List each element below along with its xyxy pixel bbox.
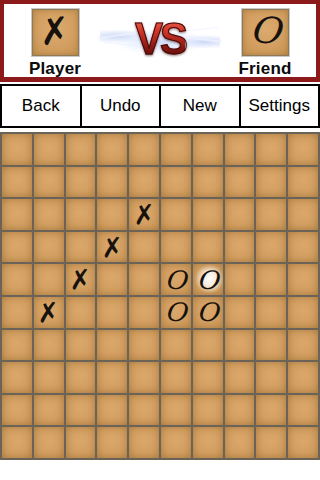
board-cell[interactable] <box>193 427 223 458</box>
board-cell[interactable] <box>256 395 286 426</box>
board-cell[interactable] <box>66 134 96 165</box>
board-cell[interactable]: ✗ <box>97 232 127 263</box>
board-cell[interactable] <box>288 264 318 295</box>
board-cell[interactable] <box>66 167 96 198</box>
board-cell[interactable] <box>2 297 32 328</box>
board-cell[interactable] <box>161 427 191 458</box>
board-cell[interactable] <box>34 427 64 458</box>
undo-button[interactable]: Undo <box>80 84 162 128</box>
board-cell[interactable] <box>256 232 286 263</box>
board-cell[interactable] <box>161 167 191 198</box>
board-cell[interactable] <box>288 199 318 230</box>
board-cell[interactable] <box>256 427 286 458</box>
board-cell[interactable] <box>225 297 255 328</box>
board-cell[interactable] <box>34 395 64 426</box>
player-panel: ✗ Player <box>12 4 98 79</box>
board-cell[interactable] <box>66 297 96 328</box>
board-cell[interactable] <box>288 362 318 393</box>
player-symbol-tile: ✗ <box>32 9 79 56</box>
board-cell[interactable] <box>129 167 159 198</box>
board-cell[interactable] <box>256 199 286 230</box>
board-cell[interactable] <box>97 395 127 426</box>
board-cell[interactable] <box>161 330 191 361</box>
board-cell[interactable] <box>2 167 32 198</box>
board-cell[interactable] <box>34 264 64 295</box>
board-cell[interactable] <box>288 297 318 328</box>
board-cell[interactable]: O <box>193 264 223 295</box>
board-cell[interactable] <box>129 232 159 263</box>
board-cell[interactable] <box>66 330 96 361</box>
board-cell[interactable] <box>288 167 318 198</box>
board-cell[interactable] <box>129 330 159 361</box>
board-cell[interactable] <box>225 264 255 295</box>
board-cell[interactable] <box>34 232 64 263</box>
board-cell[interactable] <box>97 264 127 295</box>
board-cell[interactable] <box>288 395 318 426</box>
board-cell[interactable] <box>97 134 127 165</box>
player-label: Player <box>29 59 81 79</box>
board-cell[interactable] <box>129 297 159 328</box>
board-cell[interactable] <box>256 134 286 165</box>
board-cell[interactable] <box>2 362 32 393</box>
board-cell[interactable] <box>129 395 159 426</box>
board-cell[interactable] <box>34 199 64 230</box>
o-symbol-icon: O <box>248 10 283 50</box>
board-cell[interactable] <box>2 330 32 361</box>
board-cell[interactable] <box>193 232 223 263</box>
board-cell[interactable] <box>193 134 223 165</box>
board-cell[interactable] <box>34 330 64 361</box>
board-cell[interactable] <box>129 362 159 393</box>
app-screen: ✗ Player VS O Friend Back Undo New Setti… <box>0 0 320 480</box>
x-piece: ✗ <box>68 265 93 294</box>
board-cell[interactable] <box>161 199 191 230</box>
board-cell[interactable] <box>288 427 318 458</box>
vs-logo: VS <box>100 12 220 66</box>
board-cell[interactable] <box>97 199 127 230</box>
board-cell[interactable] <box>66 362 96 393</box>
x-piece: ✗ <box>36 298 61 327</box>
toolbar: Back Undo New Settings <box>0 84 320 128</box>
board-cell[interactable] <box>34 362 64 393</box>
back-button[interactable]: Back <box>0 84 82 128</box>
board-cell[interactable] <box>225 395 255 426</box>
board-cell[interactable] <box>2 134 32 165</box>
board-cell[interactable] <box>193 362 223 393</box>
board-cell[interactable] <box>288 330 318 361</box>
board-cell[interactable] <box>225 232 255 263</box>
board-cell[interactable] <box>34 134 64 165</box>
friend-panel: O Friend <box>222 4 308 79</box>
board-cell[interactable] <box>129 134 159 165</box>
board-cell[interactable] <box>97 167 127 198</box>
x-symbol-icon: ✗ <box>38 11 73 51</box>
x-piece: ✗ <box>100 233 125 262</box>
board-cell[interactable] <box>97 362 127 393</box>
board-cell[interactable] <box>2 232 32 263</box>
board-cell[interactable]: ✗ <box>66 264 96 295</box>
board-cell[interactable] <box>129 427 159 458</box>
board-cell[interactable] <box>161 134 191 165</box>
board-cell[interactable] <box>225 362 255 393</box>
board-cell[interactable] <box>2 199 32 230</box>
o-piece: O <box>196 266 220 294</box>
board-cell[interactable]: ✗ <box>129 199 159 230</box>
board-cell[interactable] <box>66 199 96 230</box>
friend-symbol-tile: O <box>242 9 289 56</box>
board-cell[interactable] <box>288 232 318 263</box>
board-cell[interactable] <box>256 167 286 198</box>
board-cell[interactable] <box>2 264 32 295</box>
board-cell[interactable] <box>66 395 96 426</box>
settings-button[interactable]: Settings <box>239 84 320 128</box>
board-cell[interactable]: O <box>193 297 223 328</box>
board-cell[interactable] <box>225 199 255 230</box>
new-game-button[interactable]: New <box>159 84 241 128</box>
board-cell[interactable] <box>225 167 255 198</box>
board-cell[interactable] <box>2 395 32 426</box>
board-cell[interactable] <box>66 427 96 458</box>
board-cell[interactable] <box>129 264 159 295</box>
board-cell[interactable] <box>97 330 127 361</box>
board-cell[interactable] <box>97 427 127 458</box>
board-cell[interactable] <box>193 395 223 426</box>
board-cell[interactable]: O <box>161 297 191 328</box>
board-cell[interactable] <box>225 427 255 458</box>
board-cell[interactable] <box>288 134 318 165</box>
x-piece: ✗ <box>132 200 157 229</box>
board-cell[interactable] <box>161 232 191 263</box>
board-cell[interactable] <box>34 167 64 198</box>
board-cell[interactable] <box>256 362 286 393</box>
board-cell[interactable] <box>161 395 191 426</box>
board-cell[interactable] <box>225 134 255 165</box>
bottom-margin <box>0 460 320 480</box>
board-cell[interactable] <box>193 199 223 230</box>
o-piece: O <box>164 298 188 326</box>
board-cell[interactable]: O <box>161 264 191 295</box>
board-cell[interactable] <box>256 264 286 295</box>
board-cell[interactable] <box>225 330 255 361</box>
board-cell[interactable] <box>66 232 96 263</box>
vs-text: VS <box>135 17 185 61</box>
o-piece: O <box>164 266 188 294</box>
board-cell[interactable] <box>256 330 286 361</box>
board-cell[interactable] <box>2 427 32 458</box>
friend-label: Friend <box>238 59 291 79</box>
board-cell[interactable] <box>161 362 191 393</box>
board-cell[interactable] <box>193 330 223 361</box>
header: ✗ Player VS O Friend <box>0 0 320 82</box>
game-board: ✗✗✗OO✗OO <box>0 132 320 460</box>
board-cell[interactable]: ✗ <box>34 297 64 328</box>
board-cell[interactable] <box>97 297 127 328</box>
o-piece: O <box>196 298 220 326</box>
board-cell[interactable] <box>256 297 286 328</box>
board-cell[interactable] <box>193 167 223 198</box>
